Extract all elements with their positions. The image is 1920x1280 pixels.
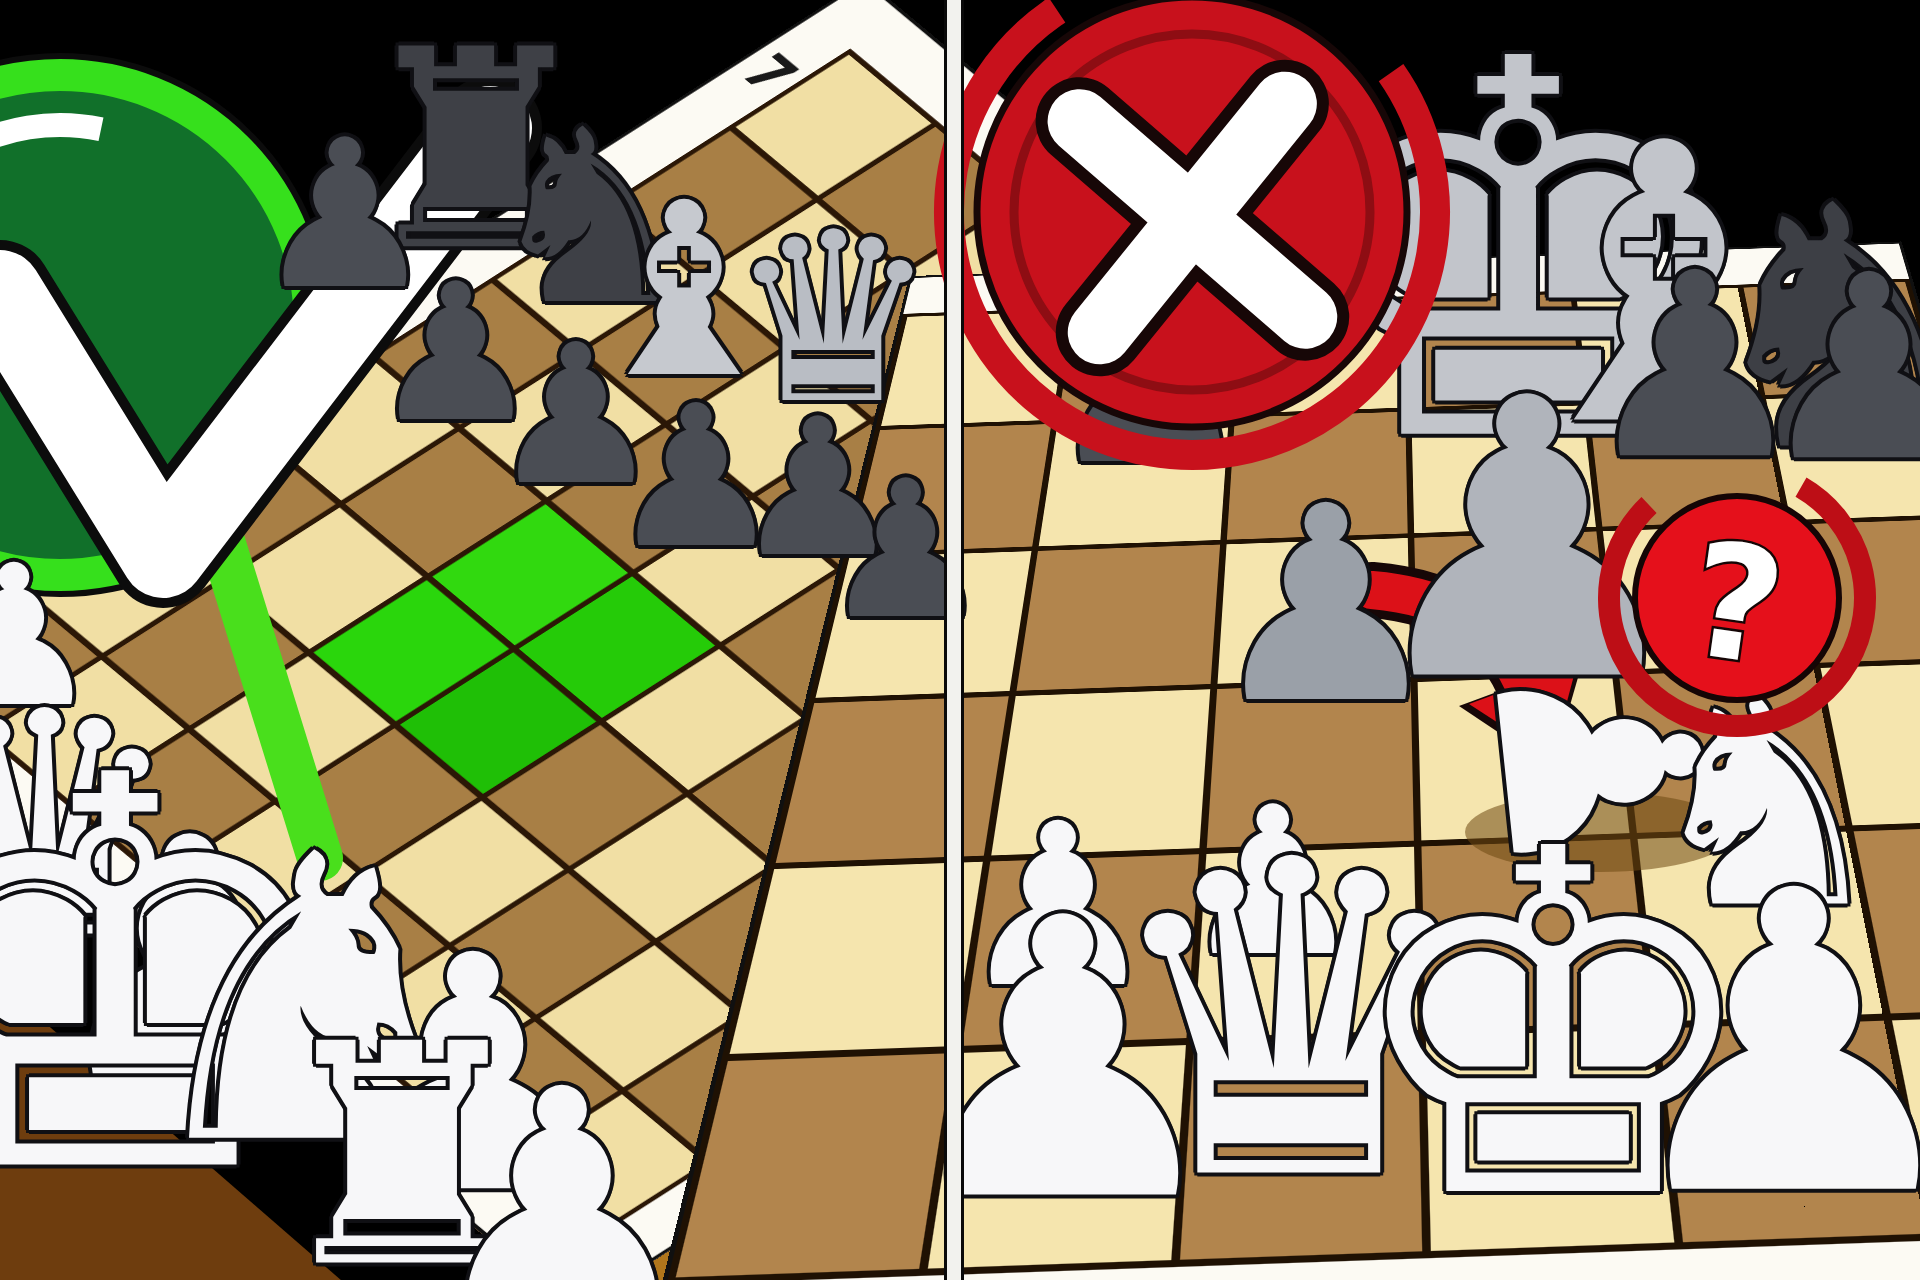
black-pawn: ♟ <box>821 456 991 646</box>
board-square <box>1016 545 1219 691</box>
white-pawn: ♟ <box>1608 838 1920 1253</box>
black-pawn: ♟ <box>1755 241 1920 496</box>
chess-cartoon-stage: 7EFG432 CDEF <box>0 0 1920 1280</box>
white-pawn: ♟ <box>890 869 1235 1254</box>
panel-divider <box>944 0 964 1280</box>
gray-pawn-moving: ♟ <box>1205 471 1447 741</box>
white-pawn: ♟ <box>421 1049 703 1280</box>
